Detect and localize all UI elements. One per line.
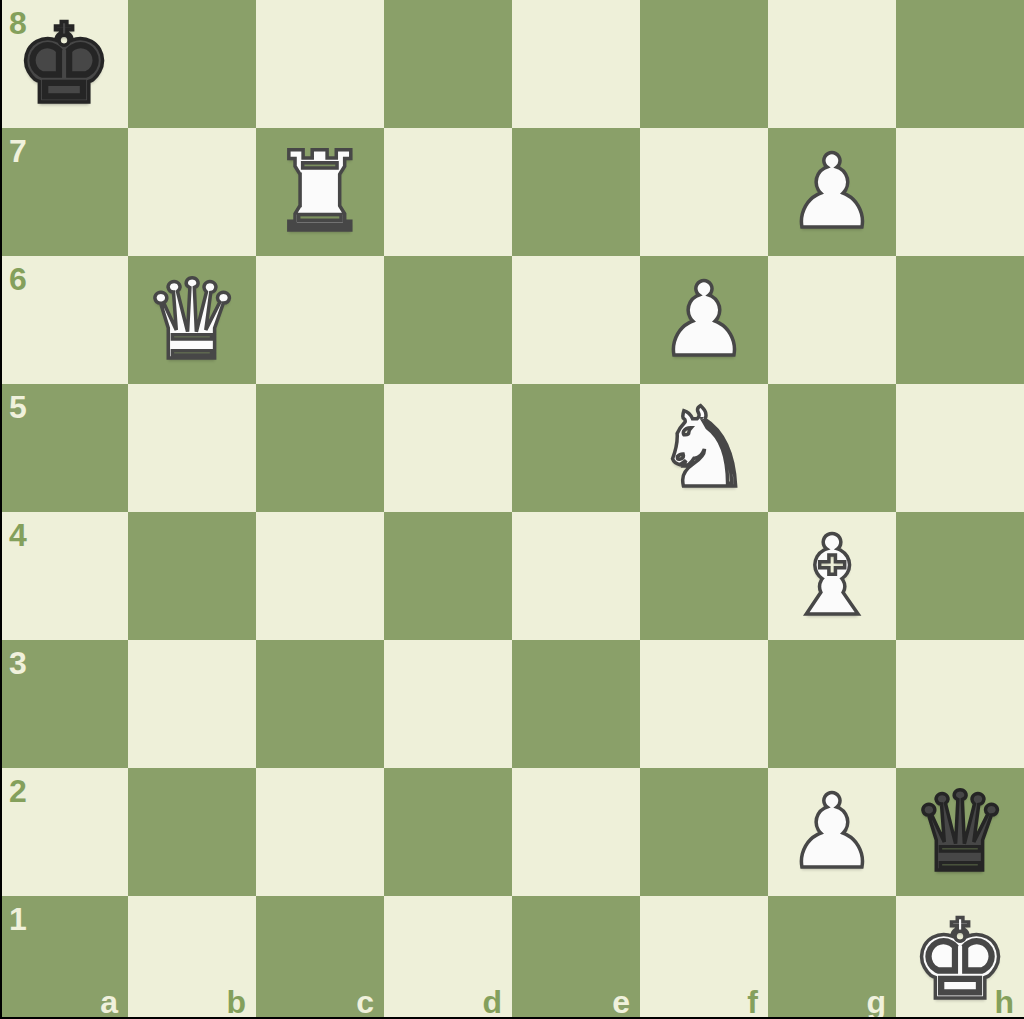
- square-h2[interactable]: ♛: [896, 768, 1024, 896]
- square-g4[interactable]: ♝: [768, 512, 896, 640]
- square-b6[interactable]: ♛: [128, 256, 256, 384]
- square-d8[interactable]: [384, 0, 512, 128]
- square-a5[interactable]: 5: [0, 384, 128, 512]
- white-king[interactable]: ♚: [896, 896, 1024, 1019]
- square-a6[interactable]: 6: [0, 256, 128, 384]
- square-a7[interactable]: 7: [0, 128, 128, 256]
- square-g1[interactable]: g: [768, 896, 896, 1019]
- chess-board: 8♚7♜♟6♛♟5♞4♝32♟♛1abcdefgh♚: [0, 0, 1024, 1019]
- screen-edge-left: [0, 0, 2, 1019]
- black-queen[interactable]: ♛: [896, 768, 1024, 896]
- square-b3[interactable]: [128, 640, 256, 768]
- white-rook[interactable]: ♜: [256, 128, 384, 256]
- square-d5[interactable]: [384, 384, 512, 512]
- square-d7[interactable]: [384, 128, 512, 256]
- square-f3[interactable]: [640, 640, 768, 768]
- white-pawn[interactable]: ♟: [640, 256, 768, 384]
- square-f6[interactable]: ♟: [640, 256, 768, 384]
- square-e1[interactable]: e: [512, 896, 640, 1019]
- square-d4[interactable]: [384, 512, 512, 640]
- square-f2[interactable]: [640, 768, 768, 896]
- square-f8[interactable]: [640, 0, 768, 128]
- square-e2[interactable]: [512, 768, 640, 896]
- square-h8[interactable]: [896, 0, 1024, 128]
- square-d6[interactable]: [384, 256, 512, 384]
- square-e5[interactable]: [512, 384, 640, 512]
- file-label-c: c: [356, 986, 374, 1018]
- square-f1[interactable]: f: [640, 896, 768, 1019]
- square-h6[interactable]: [896, 256, 1024, 384]
- square-c4[interactable]: [256, 512, 384, 640]
- square-b5[interactable]: [128, 384, 256, 512]
- white-pawn[interactable]: ♟: [768, 768, 896, 896]
- square-e8[interactable]: [512, 0, 640, 128]
- rank-label-7: 7: [9, 135, 27, 167]
- square-f4[interactable]: [640, 512, 768, 640]
- rank-label-1: 1: [9, 903, 27, 935]
- board-viewport: 8♚7♜♟6♛♟5♞4♝32♟♛1abcdefgh♚: [0, 0, 1024, 1019]
- square-g3[interactable]: [768, 640, 896, 768]
- square-b2[interactable]: [128, 768, 256, 896]
- square-c3[interactable]: [256, 640, 384, 768]
- square-c6[interactable]: [256, 256, 384, 384]
- square-h5[interactable]: [896, 384, 1024, 512]
- square-g8[interactable]: [768, 0, 896, 128]
- square-e3[interactable]: [512, 640, 640, 768]
- square-e4[interactable]: [512, 512, 640, 640]
- square-c2[interactable]: [256, 768, 384, 896]
- square-b8[interactable]: [128, 0, 256, 128]
- file-label-b: b: [226, 986, 246, 1018]
- black-king[interactable]: ♚: [0, 0, 128, 128]
- white-queen[interactable]: ♛: [128, 256, 256, 384]
- square-a1[interactable]: 1a: [0, 896, 128, 1019]
- white-knight[interactable]: ♞: [640, 384, 768, 512]
- square-a2[interactable]: 2: [0, 768, 128, 896]
- square-c7[interactable]: ♜: [256, 128, 384, 256]
- square-c5[interactable]: [256, 384, 384, 512]
- square-g2[interactable]: ♟: [768, 768, 896, 896]
- square-b4[interactable]: [128, 512, 256, 640]
- square-g7[interactable]: ♟: [768, 128, 896, 256]
- square-h3[interactable]: [896, 640, 1024, 768]
- square-d1[interactable]: d: [384, 896, 512, 1019]
- square-g6[interactable]: [768, 256, 896, 384]
- square-a4[interactable]: 4: [0, 512, 128, 640]
- square-h7[interactable]: [896, 128, 1024, 256]
- square-f7[interactable]: [640, 128, 768, 256]
- rank-label-4: 4: [9, 519, 27, 551]
- square-d3[interactable]: [384, 640, 512, 768]
- file-label-f: f: [747, 986, 758, 1018]
- white-pawn[interactable]: ♟: [768, 128, 896, 256]
- square-b7[interactable]: [128, 128, 256, 256]
- rank-label-6: 6: [9, 263, 27, 295]
- square-e7[interactable]: [512, 128, 640, 256]
- square-c8[interactable]: [256, 0, 384, 128]
- file-label-d: d: [482, 986, 502, 1018]
- file-label-e: e: [612, 986, 630, 1018]
- square-b1[interactable]: b: [128, 896, 256, 1019]
- square-d2[interactable]: [384, 768, 512, 896]
- rank-label-5: 5: [9, 391, 27, 423]
- square-a3[interactable]: 3: [0, 640, 128, 768]
- file-label-a: a: [100, 986, 118, 1018]
- square-e6[interactable]: [512, 256, 640, 384]
- file-label-g: g: [866, 986, 886, 1018]
- white-bishop[interactable]: ♝: [768, 512, 896, 640]
- square-a8[interactable]: 8♚: [0, 0, 128, 128]
- rank-label-2: 2: [9, 775, 27, 807]
- square-c1[interactable]: c: [256, 896, 384, 1019]
- square-h4[interactable]: [896, 512, 1024, 640]
- rank-label-3: 3: [9, 647, 27, 679]
- square-h1[interactable]: h♚: [896, 896, 1024, 1019]
- square-g5[interactable]: [768, 384, 896, 512]
- square-f5[interactable]: ♞: [640, 384, 768, 512]
